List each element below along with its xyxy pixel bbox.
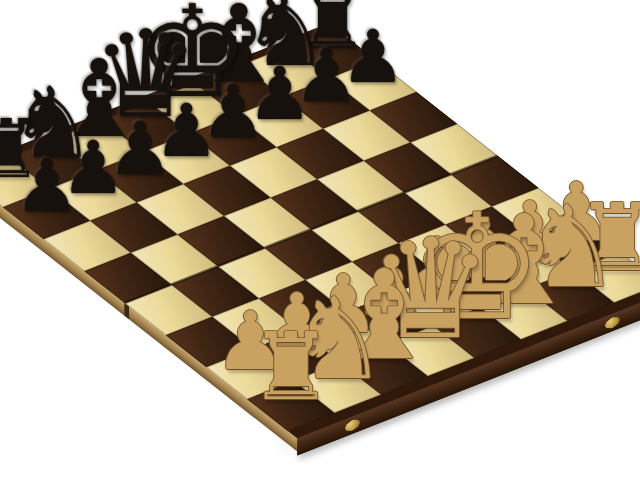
brass-latch-right bbox=[605, 314, 620, 331]
piece-white-rook-a1[interactable]: ♜ bbox=[249, 321, 332, 414]
piece-black-pawn-a7[interactable]: ♟ bbox=[14, 149, 79, 222]
brass-latch-left bbox=[345, 417, 360, 434]
chess-set-photo: ♜♞♝♛♚♝♞♜♟♟♟♟♟♟♟♟♟♟♟♟♟♟♟♟♜♞♝♛♚♝♞♜ bbox=[0, 0, 640, 479]
